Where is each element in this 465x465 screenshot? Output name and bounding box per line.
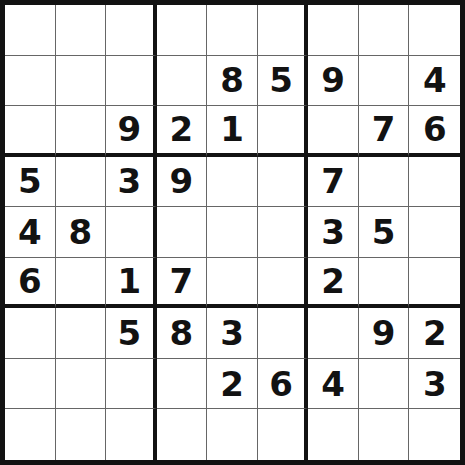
cell-r5c6-empty[interactable]	[258, 207, 309, 258]
cell-r9c6-empty[interactable]	[258, 409, 309, 460]
cell-r9c2-empty[interactable]	[56, 409, 107, 460]
cell-r1c4-empty[interactable]	[157, 5, 208, 56]
cell-r1c8-empty[interactable]	[359, 5, 410, 56]
cell-r6c1-given: 6	[5, 258, 56, 309]
cell-r2c2-empty[interactable]	[56, 56, 107, 107]
cell-r2c9-given: 4	[409, 56, 460, 107]
cell-r6c7-given: 2	[308, 258, 359, 309]
cell-r5c1-given: 4	[5, 207, 56, 258]
cell-r3c1-empty[interactable]	[5, 106, 56, 157]
cell-r6c4-given: 7	[157, 258, 208, 309]
cell-r5c7-given: 3	[308, 207, 359, 258]
cell-r4c8-empty[interactable]	[359, 157, 410, 208]
cell-r9c4-empty[interactable]	[157, 409, 208, 460]
cell-r7c3-given: 5	[106, 308, 157, 359]
cell-r3c7-empty[interactable]	[308, 106, 359, 157]
cell-r5c2-given: 8	[56, 207, 107, 258]
cell-r2c5-given: 8	[207, 56, 258, 107]
cell-r4c7-given: 7	[308, 157, 359, 208]
cell-r3c5-given: 1	[207, 106, 258, 157]
cell-r8c4-empty[interactable]	[157, 359, 208, 410]
cell-r5c4-empty[interactable]	[157, 207, 208, 258]
cell-r5c9-empty[interactable]	[409, 207, 460, 258]
cell-r4c1-given: 5	[5, 157, 56, 208]
cell-r6c3-given: 1	[106, 258, 157, 309]
cell-r1c7-empty[interactable]	[308, 5, 359, 56]
cell-r8c6-given: 6	[258, 359, 309, 410]
cell-r5c8-given: 5	[359, 207, 410, 258]
cell-r8c3-empty[interactable]	[106, 359, 157, 410]
cell-r2c4-empty[interactable]	[157, 56, 208, 107]
cell-r3c9-given: 6	[409, 106, 460, 157]
cell-r9c5-empty[interactable]	[207, 409, 258, 460]
cell-r3c4-given: 2	[157, 106, 208, 157]
cell-r3c3-given: 9	[106, 106, 157, 157]
cell-r3c2-empty[interactable]	[56, 106, 107, 157]
cell-r9c1-empty[interactable]	[5, 409, 56, 460]
cell-r4c3-given: 3	[106, 157, 157, 208]
cell-r1c6-empty[interactable]	[258, 5, 309, 56]
cell-r1c1-empty[interactable]	[5, 5, 56, 56]
cell-r1c2-empty[interactable]	[56, 5, 107, 56]
cell-r7c4-given: 8	[157, 308, 208, 359]
cell-r2c7-given: 9	[308, 56, 359, 107]
cell-r7c8-given: 9	[359, 308, 410, 359]
cell-r2c6-given: 5	[258, 56, 309, 107]
cell-r8c7-given: 4	[308, 359, 359, 410]
cell-r8c2-empty[interactable]	[56, 359, 107, 410]
sudoku-board: 859492176539748356172583922643	[0, 0, 465, 465]
cell-r4c6-empty[interactable]	[258, 157, 309, 208]
cell-r6c5-empty[interactable]	[207, 258, 258, 309]
cell-r6c9-empty[interactable]	[409, 258, 460, 309]
cell-r3c6-empty[interactable]	[258, 106, 309, 157]
cell-r4c9-empty[interactable]	[409, 157, 460, 208]
cell-r7c6-empty[interactable]	[258, 308, 309, 359]
cell-r1c5-empty[interactable]	[207, 5, 258, 56]
cell-r9c7-empty[interactable]	[308, 409, 359, 460]
cell-r8c8-empty[interactable]	[359, 359, 410, 410]
cell-r9c9-empty[interactable]	[409, 409, 460, 460]
cell-r7c7-empty[interactable]	[308, 308, 359, 359]
cell-r2c1-empty[interactable]	[5, 56, 56, 107]
cell-r3c8-given: 7	[359, 106, 410, 157]
cell-r6c6-empty[interactable]	[258, 258, 309, 309]
cell-r7c1-empty[interactable]	[5, 308, 56, 359]
cell-r8c9-given: 3	[409, 359, 460, 410]
cell-r7c5-given: 3	[207, 308, 258, 359]
cell-r4c5-empty[interactable]	[207, 157, 258, 208]
cell-r2c3-empty[interactable]	[106, 56, 157, 107]
cell-r6c2-empty[interactable]	[56, 258, 107, 309]
cell-r5c3-empty[interactable]	[106, 207, 157, 258]
cell-r1c3-empty[interactable]	[106, 5, 157, 56]
cell-r7c2-empty[interactable]	[56, 308, 107, 359]
cell-r8c1-empty[interactable]	[5, 359, 56, 410]
cell-r1c9-empty[interactable]	[409, 5, 460, 56]
cell-r9c8-empty[interactable]	[359, 409, 410, 460]
cell-r5c5-empty[interactable]	[207, 207, 258, 258]
cell-r4c4-given: 9	[157, 157, 208, 208]
cell-r8c5-given: 2	[207, 359, 258, 410]
cell-r7c9-given: 2	[409, 308, 460, 359]
cell-r6c8-empty[interactable]	[359, 258, 410, 309]
cell-r2c8-empty[interactable]	[359, 56, 410, 107]
cell-r4c2-empty[interactable]	[56, 157, 107, 208]
cell-r9c3-empty[interactable]	[106, 409, 157, 460]
